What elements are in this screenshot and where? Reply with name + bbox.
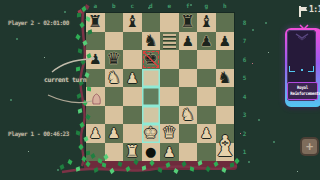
white-pawn: ♟ <box>89 124 102 143</box>
square-h7[interactable]: ♟ <box>216 32 235 51</box>
square-d2[interactable]: ♚ <box>142 124 161 143</box>
square-g4[interactable] <box>197 87 216 106</box>
square-e8[interactable] <box>160 13 179 32</box>
square-g5[interactable] <box>197 69 216 88</box>
square-d3[interactable] <box>142 106 161 125</box>
background-speck <box>297 171 298 172</box>
background-speck <box>64 11 66 13</box>
square-b5[interactable]: ♞ <box>105 69 124 88</box>
square-f5[interactable] <box>179 69 198 88</box>
white-pawn: ♟ <box>200 124 213 143</box>
square-a3[interactable] <box>86 106 105 125</box>
square-h3[interactable] <box>216 106 235 125</box>
card-top-notch-icon <box>299 24 309 30</box>
card-title-line2: Reinforcements <box>290 91 314 97</box>
flag-pole <box>299 6 301 17</box>
background-speck <box>252 63 253 64</box>
background-speck <box>258 119 260 121</box>
square-a1[interactable] <box>86 143 105 162</box>
square-f3[interactable]: ♞ <box>179 106 198 125</box>
background-speck <box>265 22 267 24</box>
square-e5[interactable] <box>160 69 179 88</box>
square-f6[interactable] <box>179 50 198 69</box>
square-b2[interactable]: ♟ <box>105 124 124 143</box>
rank-label-7: 7 <box>240 32 249 51</box>
square-f4[interactable] <box>179 87 198 106</box>
white-knight: ♞ <box>107 69 121 88</box>
background-speck <box>44 57 45 58</box>
square-a4[interactable] <box>86 87 105 106</box>
square-a8[interactable]: ♜ <box>86 13 105 32</box>
board-base-shadow <box>84 161 237 170</box>
card-corner-bracket-left <box>289 66 295 72</box>
background-speck <box>10 99 12 101</box>
player1-timer: Player 1 - 00:46:23 <box>8 130 69 137</box>
square-e3[interactable] <box>160 106 179 125</box>
square-h8[interactable] <box>216 13 235 32</box>
square-b3[interactable] <box>105 106 124 125</box>
black-pawn: ♟ <box>89 50 102 69</box>
white-pawn: ♟ <box>126 69 139 88</box>
square-d7[interactable]: ♞ <box>142 32 161 51</box>
square-d1[interactable]: ● <box>142 143 161 162</box>
background-speck <box>57 169 59 171</box>
black-knight: ♞ <box>218 69 232 88</box>
flag-cloth <box>301 7 308 12</box>
square-h5[interactable]: ♞ <box>216 69 235 88</box>
black-pawn: ♟ <box>218 32 231 51</box>
square-c8[interactable]: ♝ <box>123 13 142 32</box>
square-d5[interactable] <box>142 69 161 88</box>
white-queen: ♛ <box>162 124 176 143</box>
card-corner-dot <box>301 69 303 71</box>
threat-marker <box>143 51 160 68</box>
square-h1[interactable]: ♝ <box>216 143 235 162</box>
black-rook: ♜ <box>88 13 102 32</box>
square-f1[interactable] <box>179 143 198 162</box>
black-knight: ♞ <box>144 32 158 51</box>
square-b8[interactable] <box>105 13 124 32</box>
square-e4[interactable] <box>160 87 179 106</box>
rank-labels: 87654321 <box>240 13 249 161</box>
square-a5[interactable] <box>86 69 105 88</box>
card-corner-bracket-right <box>308 66 314 72</box>
square-b6[interactable]: ♛ <box>105 50 124 69</box>
add-button[interactable]: + <box>300 137 319 156</box>
rank-label-1: 1 <box>240 143 249 162</box>
background-speck <box>268 52 269 53</box>
rank-label-3: 3 <box>240 106 249 125</box>
card-title-banner: Royal Reinforcements <box>287 82 318 100</box>
vine-stem-left <box>80 8 84 166</box>
rank-label-2: 2 <box>240 124 249 143</box>
black-bishop: ♝ <box>199 13 213 32</box>
square-h4[interactable] <box>216 87 235 106</box>
square-c6[interactable] <box>123 50 142 69</box>
file-label-h: h <box>216 1 235 11</box>
barrier-lines <box>163 34 176 48</box>
rank-label-5: 5 <box>240 69 249 88</box>
rank-label-8: 8 <box>240 13 249 32</box>
square-f7[interactable]: ♟ <box>179 32 198 51</box>
black-pawn: ♟ <box>181 32 194 51</box>
card-royal-reinforcements[interactable]: Royal Reinforcements <box>285 28 320 107</box>
white-pawn: ♟ <box>163 143 176 162</box>
file-label-f: f <box>179 1 198 11</box>
square-g3[interactable] <box>197 106 216 125</box>
square-d6[interactable]: ♚ <box>142 50 161 69</box>
file-label-e: e <box>160 1 179 11</box>
square-c7[interactable] <box>123 32 142 51</box>
square-c4[interactable] <box>123 87 142 106</box>
square-f2[interactable] <box>179 124 198 143</box>
white-pawn: ♟ <box>107 124 120 143</box>
square-b1[interactable] <box>105 143 124 162</box>
white-king: ♚ <box>144 124 158 143</box>
score-text: 1:1 <box>309 5 320 14</box>
black-ball: ● <box>145 143 156 162</box>
file-label-d: d <box>142 1 161 11</box>
square-d4[interactable] <box>142 87 161 106</box>
background-speck <box>273 141 275 143</box>
square-c5[interactable]: ♟ <box>123 69 142 88</box>
square-c2[interactable] <box>123 124 142 143</box>
current-turn-label: current turn <box>44 76 86 84</box>
background-speck <box>16 38 18 40</box>
white-bishop: ♝ <box>212 132 238 161</box>
card-inner: Royal Reinforcements <box>287 30 316 101</box>
square-h6[interactable] <box>216 50 235 69</box>
file-label-a: a <box>86 1 105 11</box>
square-g7[interactable]: ♟ <box>197 32 216 51</box>
square-c3[interactable] <box>123 106 142 125</box>
file-label-b: b <box>105 1 124 11</box>
black-rook: ♜ <box>181 13 195 32</box>
player2-timer: Player 2 - 02:01:00 <box>8 19 69 26</box>
square-g8[interactable]: ♝ <box>197 13 216 32</box>
square-e7[interactable] <box>160 32 179 51</box>
square-g6[interactable] <box>197 50 216 69</box>
square-a7[interactable] <box>86 32 105 51</box>
square-a6[interactable]: ♟ <box>86 50 105 69</box>
file-label-c: c <box>123 1 142 11</box>
card-chevron-decoration <box>295 33 309 41</box>
file-labels: abcdefgh <box>86 1 234 11</box>
black-queen: ♛ <box>107 50 121 69</box>
black-bishop: ♝ <box>125 13 139 32</box>
file-label-g: g <box>197 1 216 11</box>
square-d8[interactable] <box>142 13 161 32</box>
flag-icon <box>298 6 310 18</box>
rank-label-6: 6 <box>240 50 249 69</box>
background-speck <box>28 151 29 152</box>
black-pawn: ♟ <box>200 32 213 51</box>
background-speck <box>248 161 250 163</box>
square-e6[interactable] <box>160 50 179 69</box>
square-a2[interactable]: ♟ <box>86 124 105 143</box>
square-f8[interactable]: ♜ <box>179 13 198 32</box>
white-knight: ♞ <box>181 106 195 125</box>
chess-board[interactable]: ♜♝♜♝♞♟♟♟♟♛♚♞♟♞♞♟♟♚♛♟♜●♟♝ <box>86 13 234 161</box>
background-speck <box>252 29 254 31</box>
square-e2[interactable]: ♛ <box>160 124 179 143</box>
square-e1[interactable]: ♟ <box>160 143 179 162</box>
square-b4[interactable] <box>105 87 124 106</box>
white-rook: ♜ <box>125 143 139 162</box>
square-c1[interactable]: ♜ <box>123 143 142 162</box>
square-b7[interactable] <box>105 32 124 51</box>
rank-label-4: 4 <box>240 87 249 106</box>
